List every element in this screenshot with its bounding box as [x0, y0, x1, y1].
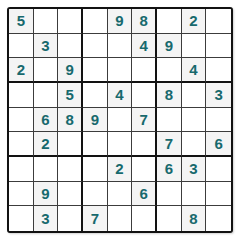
sudoku-cell-r5c4: 9	[83, 108, 108, 133]
sudoku-cell-r5c5[interactable]	[108, 108, 133, 133]
sudoku-cell-r6c9: 6	[206, 132, 231, 157]
sudoku-cell-r9c4: 7	[83, 206, 108, 231]
sudoku-cell-r2c8[interactable]	[182, 34, 207, 59]
sudoku-cell-r2c7: 9	[157, 34, 182, 59]
sudoku-cell-r6c2: 2	[34, 132, 59, 157]
sudoku-widget: 59823492945483689727626396378	[0, 0, 240, 240]
sudoku-cell-r1c6: 8	[132, 9, 157, 34]
sudoku-cell-r9c5[interactable]	[108, 206, 133, 231]
sudoku-cell-r4c6[interactable]	[132, 83, 157, 108]
sudoku-cell-r4c9: 3	[206, 83, 231, 108]
sudoku-cell-r3c9[interactable]	[206, 58, 231, 83]
sudoku-cell-r3c6[interactable]	[132, 58, 157, 83]
sudoku-cell-r3c8: 4	[182, 58, 207, 83]
sudoku-cell-r5c6: 7	[132, 108, 157, 133]
sudoku-cell-r3c3: 9	[58, 58, 83, 83]
sudoku-cell-r4c4[interactable]	[83, 83, 108, 108]
sudoku-cell-r1c8: 2	[182, 9, 207, 34]
sudoku-cell-r1c2[interactable]	[34, 9, 59, 34]
sudoku-cell-r6c6[interactable]	[132, 132, 157, 157]
sudoku-cell-r8c2: 9	[34, 182, 59, 207]
sudoku-cell-r7c2[interactable]	[34, 157, 59, 182]
sudoku-cell-r3c4[interactable]	[83, 58, 108, 83]
sudoku-cell-r1c3[interactable]	[58, 9, 83, 34]
sudoku-cell-r9c6[interactable]	[132, 206, 157, 231]
sudoku-cell-r8c7[interactable]	[157, 182, 182, 207]
sudoku-cell-r8c9[interactable]	[206, 182, 231, 207]
sudoku-cell-r8c6: 6	[132, 182, 157, 207]
sudoku-cell-r2c1[interactable]	[9, 34, 34, 59]
sudoku-cell-r8c5[interactable]	[108, 182, 133, 207]
sudoku-cell-r5c3: 8	[58, 108, 83, 133]
sudoku-cell-r8c1[interactable]	[9, 182, 34, 207]
sudoku-cell-r2c2: 3	[34, 34, 59, 59]
sudoku-cell-r2c3[interactable]	[58, 34, 83, 59]
sudoku-cell-r9c8: 8	[182, 206, 207, 231]
sudoku-cell-r7c4[interactable]	[83, 157, 108, 182]
sudoku-cell-r2c6: 4	[132, 34, 157, 59]
sudoku-cell-r4c2[interactable]	[34, 83, 59, 108]
sudoku-cell-r3c5[interactable]	[108, 58, 133, 83]
sudoku-cell-r7c5: 2	[108, 157, 133, 182]
sudoku-cell-r2c5[interactable]	[108, 34, 133, 59]
sudoku-cell-r4c3: 5	[58, 83, 83, 108]
sudoku-cell-r4c5: 4	[108, 83, 133, 108]
sudoku-cell-r1c1: 5	[9, 9, 34, 34]
sudoku-cell-r3c2[interactable]	[34, 58, 59, 83]
sudoku-cell-r5c1[interactable]	[9, 108, 34, 133]
sudoku-cell-r1c7[interactable]	[157, 9, 182, 34]
sudoku-cell-r7c1[interactable]	[9, 157, 34, 182]
sudoku-cell-r4c1[interactable]	[9, 83, 34, 108]
sudoku-cell-r6c3[interactable]	[58, 132, 83, 157]
sudoku-cell-r5c9[interactable]	[206, 108, 231, 133]
sudoku-cell-r5c8[interactable]	[182, 108, 207, 133]
sudoku-cell-r2c9[interactable]	[206, 34, 231, 59]
sudoku-cell-r7c6[interactable]	[132, 157, 157, 182]
sudoku-cell-r7c8: 3	[182, 157, 207, 182]
sudoku-cell-r3c7[interactable]	[157, 58, 182, 83]
sudoku-cell-r1c9[interactable]	[206, 9, 231, 34]
sudoku-cell-r5c2: 6	[34, 108, 59, 133]
sudoku-cell-r8c8[interactable]	[182, 182, 207, 207]
sudoku-cell-r1c4[interactable]	[83, 9, 108, 34]
sudoku-cell-r9c3[interactable]	[58, 206, 83, 231]
sudoku-cell-r4c8[interactable]	[182, 83, 207, 108]
sudoku-cell-r7c9[interactable]	[206, 157, 231, 182]
sudoku-cell-r9c7[interactable]	[157, 206, 182, 231]
sudoku-board: 59823492945483689727626396378	[7, 7, 233, 233]
sudoku-cell-r8c3[interactable]	[58, 182, 83, 207]
sudoku-cell-r6c5[interactable]	[108, 132, 133, 157]
sudoku-cell-r4c7: 8	[157, 83, 182, 108]
sudoku-cell-r2c4[interactable]	[83, 34, 108, 59]
sudoku-cell-r9c1[interactable]	[9, 206, 34, 231]
sudoku-cell-r5c7[interactable]	[157, 108, 182, 133]
sudoku-cell-r3c1: 2	[9, 58, 34, 83]
sudoku-cell-r7c3[interactable]	[58, 157, 83, 182]
sudoku-cell-r6c8[interactable]	[182, 132, 207, 157]
sudoku-cell-r6c1[interactable]	[9, 132, 34, 157]
sudoku-cell-r1c5: 9	[108, 9, 133, 34]
sudoku-cell-r9c9[interactable]	[206, 206, 231, 231]
sudoku-cell-r6c4[interactable]	[83, 132, 108, 157]
sudoku-cell-r9c2: 3	[34, 206, 59, 231]
sudoku-cell-r6c7: 7	[157, 132, 182, 157]
sudoku-cell-r8c4[interactable]	[83, 182, 108, 207]
sudoku-cell-r7c7: 6	[157, 157, 182, 182]
